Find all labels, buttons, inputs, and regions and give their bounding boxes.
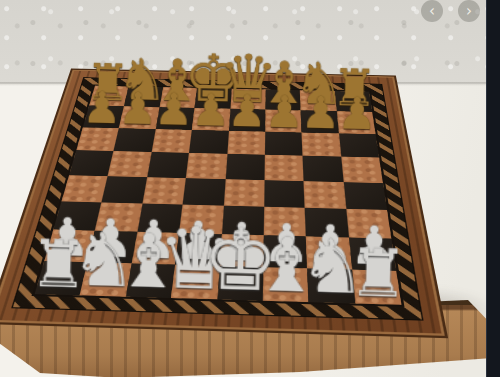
previous-image-button[interactable]: ‹: [421, 0, 443, 22]
square-f4: [264, 180, 305, 208]
square-a5: [69, 150, 114, 176]
square-d8: ♚: [195, 88, 232, 109]
square-g3: [305, 208, 349, 238]
square-c2: ♟: [132, 232, 180, 264]
next-image-button[interactable]: ›: [458, 0, 480, 22]
square-b3: [95, 202, 142, 232]
square-h6: [339, 133, 379, 157]
square-a2: ♟: [44, 230, 95, 262]
chess-board-scene: ♜♞♝♚♛♝♞♜♟♟♟♟♟♟♟♟♟♟♟♟♟♟♟♟♜♞♝♛♚♝♞♜: [70, 72, 395, 377]
square-a7: ♟: [83, 106, 124, 128]
square-g7: ♟: [301, 111, 339, 134]
square-h3: [346, 209, 392, 239]
square-g4: [304, 181, 346, 209]
square-e1: ♚: [217, 266, 263, 301]
square-b2: ♟: [88, 231, 137, 263]
square-d2: ♟: [175, 233, 221, 265]
square-b6: [114, 128, 156, 152]
square-b5: [108, 151, 151, 177]
square-d3: [179, 204, 223, 234]
square-c6: [151, 129, 192, 153]
square-f1: ♝: [263, 267, 309, 302]
square-a8: ♜: [89, 86, 129, 107]
square-h5: [341, 157, 383, 183]
square-g1: ♞: [307, 268, 355, 303]
square-d7: ♟: [192, 108, 230, 131]
square-d1: ♛: [171, 264, 219, 299]
square-b1: ♞: [80, 262, 131, 297]
square-b4: [102, 176, 147, 204]
square-e4: [223, 179, 264, 207]
square-a3: [53, 201, 101, 231]
square-g6: [302, 132, 341, 156]
square-c7: ♟: [156, 107, 195, 129]
square-d6: [189, 130, 228, 154]
square-a4: [62, 175, 108, 203]
square-e3: [221, 206, 264, 236]
square-c3: [137, 203, 183, 233]
square-f3: [264, 207, 306, 237]
square-e6: [227, 131, 265, 155]
board-grid: ♜♞♝♚♛♝♞♜♟♟♟♟♟♟♟♟♟♟♟♟♟♟♟♟♜♞♝♛♚♝♞♜: [35, 86, 402, 305]
square-h1: ♜: [352, 269, 402, 304]
square-a1: ♜: [35, 261, 88, 296]
square-g2: ♟: [306, 237, 352, 270]
square-h2: ♟: [349, 238, 396, 271]
square-f2: ♟: [263, 236, 307, 269]
square-c4: [142, 177, 186, 205]
viewer-side-strip: [486, 0, 500, 377]
chess-board: ♜♞♝♚♛♝♞♜♟♟♟♟♟♟♟♟♟♟♟♟♟♟♟♟♜♞♝♛♚♝♞♜: [0, 69, 448, 339]
chevron-right-icon: ›: [466, 2, 472, 20]
chevron-left-icon: ‹: [429, 2, 435, 20]
square-f5: [264, 155, 303, 181]
square-f6: [265, 132, 303, 156]
square-c5: [147, 152, 189, 178]
square-e5: [225, 154, 265, 180]
square-c1: ♝: [126, 263, 176, 298]
chess-set-photo: ♜♞♝♚♛♝♞♜♟♟♟♟♟♟♟♟♟♟♟♟♟♟♟♟♜♞♝♛♚♝♞♜ ‹ ›: [0, 0, 500, 377]
square-e2: ♟: [219, 234, 263, 266]
square-a6: [76, 127, 119, 151]
square-d5: [186, 153, 227, 179]
square-h4: [343, 182, 387, 210]
square-d4: [183, 178, 225, 206]
